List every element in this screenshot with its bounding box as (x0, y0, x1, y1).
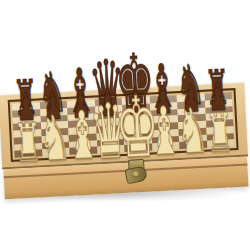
board-grid (12, 92, 235, 157)
folding-chess-box: ♜♞♝♛♚♝♞♜♟♟♟♟♟♟♟♟♟♟♟♟♟♟♟♟♜♞♝♛♚♝♞♜ (0, 83, 250, 200)
play-area (8, 88, 239, 162)
chess-set-photo: ♜♞♝♛♚♝♞♜♟♟♟♟♟♟♟♟♟♟♟♟♟♟♟♟♜♞♝♛♚♝♞♜ (0, 0, 250, 250)
square-d1 (97, 145, 125, 153)
square-g1 (179, 141, 207, 149)
square-e1 (124, 144, 152, 152)
square-h1 (207, 139, 235, 147)
square-a1 (14, 150, 42, 158)
square-c1 (69, 147, 97, 155)
square-b1 (42, 148, 70, 156)
board-top-surface (0, 83, 248, 170)
square-f1 (152, 142, 180, 150)
brass-clasp-icon (121, 163, 150, 190)
